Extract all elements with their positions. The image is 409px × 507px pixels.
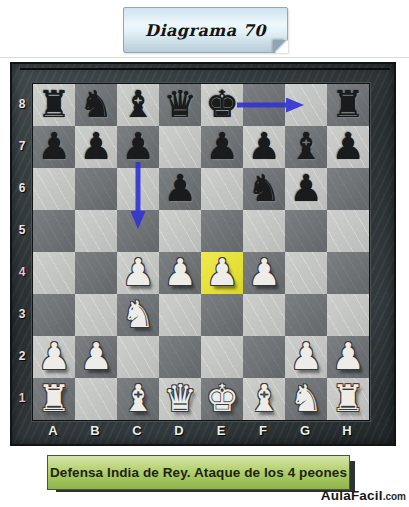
file-labels: ABCDEFGH bbox=[32, 420, 368, 444]
square-c3: ♞ bbox=[117, 294, 159, 336]
rank-label-8: 8 bbox=[12, 83, 32, 125]
square-b4 bbox=[75, 252, 117, 294]
square-g7: ♝ bbox=[285, 126, 327, 168]
diagram-title-plaque: Diagrama 70 bbox=[123, 7, 288, 53]
white-knight: ♞ bbox=[289, 378, 322, 420]
black-pawn: ♟ bbox=[247, 126, 280, 168]
square-e5 bbox=[201, 210, 243, 252]
square-d1: ♛ bbox=[159, 378, 201, 420]
chessboard: ♜♞♝♛♚♜♟♟♟♟♟♝♟♟♞♟♟♟♟♟♞♟♟♟♟♜♝♛♚♝♞♜ bbox=[33, 84, 369, 420]
square-d4: ♟ bbox=[159, 252, 201, 294]
white-pawn: ♟ bbox=[331, 336, 364, 378]
square-b6 bbox=[75, 168, 117, 210]
file-label-C: C bbox=[116, 420, 158, 444]
black-knight: ♞ bbox=[247, 168, 280, 210]
white-bishop: ♝ bbox=[121, 378, 154, 420]
black-pawn: ♟ bbox=[163, 168, 196, 210]
white-rook: ♜ bbox=[37, 378, 70, 420]
white-pawn: ♟ bbox=[37, 336, 70, 378]
white-pawn: ♟ bbox=[289, 336, 322, 378]
square-g3 bbox=[285, 294, 327, 336]
rank-label-6: 6 bbox=[12, 167, 32, 209]
panel-top-line bbox=[20, 68, 390, 70]
square-e8: ♚ bbox=[201, 84, 243, 126]
black-pawn: ♟ bbox=[205, 126, 238, 168]
watermark-site-name: AulaFacil bbox=[321, 488, 383, 503]
square-d3 bbox=[159, 294, 201, 336]
diagram-title: Diagrama 70 bbox=[145, 21, 266, 40]
square-f2 bbox=[243, 336, 285, 378]
square-d7 bbox=[159, 126, 201, 168]
black-pawn: ♟ bbox=[37, 126, 70, 168]
square-a3 bbox=[33, 294, 75, 336]
square-h5 bbox=[327, 210, 369, 252]
square-a5 bbox=[33, 210, 75, 252]
file-label-E: E bbox=[200, 420, 242, 444]
square-d8: ♛ bbox=[159, 84, 201, 126]
square-b7: ♟ bbox=[75, 126, 117, 168]
white-pawn: ♟ bbox=[163, 252, 196, 294]
square-f3 bbox=[243, 294, 285, 336]
caption-text: Defensa India de Rey. Ataque de los 4 pe… bbox=[50, 465, 347, 480]
square-f6: ♞ bbox=[243, 168, 285, 210]
square-c8: ♝ bbox=[117, 84, 159, 126]
square-b8: ♞ bbox=[75, 84, 117, 126]
black-pawn: ♟ bbox=[121, 126, 154, 168]
rank-labels: 87654321 bbox=[12, 83, 32, 419]
square-b2: ♟ bbox=[75, 336, 117, 378]
black-bishop: ♝ bbox=[121, 84, 154, 126]
square-h6 bbox=[327, 168, 369, 210]
square-a2: ♟ bbox=[33, 336, 75, 378]
file-label-G: G bbox=[284, 420, 326, 444]
black-rook: ♜ bbox=[37, 84, 70, 126]
square-b5 bbox=[75, 210, 117, 252]
square-e1: ♚ bbox=[201, 378, 243, 420]
square-g1: ♞ bbox=[285, 378, 327, 420]
square-g8 bbox=[285, 84, 327, 126]
rank-label-5: 5 bbox=[12, 209, 32, 251]
file-label-B: B bbox=[74, 420, 116, 444]
square-e6 bbox=[201, 168, 243, 210]
square-h1: ♜ bbox=[327, 378, 369, 420]
black-knight: ♞ bbox=[79, 84, 112, 126]
watermark-tld: .com bbox=[383, 491, 406, 502]
rank-label-1: 1 bbox=[12, 377, 32, 419]
rank-label-2: 2 bbox=[12, 335, 32, 377]
square-h2: ♟ bbox=[327, 336, 369, 378]
square-c2 bbox=[117, 336, 159, 378]
square-f5 bbox=[243, 210, 285, 252]
square-f4: ♟ bbox=[243, 252, 285, 294]
white-bishop: ♝ bbox=[247, 378, 280, 420]
file-label-H: H bbox=[326, 420, 368, 444]
rank-label-4: 4 bbox=[12, 251, 32, 293]
board-panel: 87654321 ABCDEFGH ♜♞♝♛♚♜♟♟♟♟♟♝♟♟♞♟♟♟♟♟♞♟… bbox=[10, 62, 396, 446]
square-c5 bbox=[117, 210, 159, 252]
square-e3 bbox=[201, 294, 243, 336]
square-f7: ♟ bbox=[243, 126, 285, 168]
square-c1: ♝ bbox=[117, 378, 159, 420]
site-watermark: AulaFacil.com bbox=[300, 486, 406, 504]
square-c6 bbox=[117, 168, 159, 210]
black-pawn: ♟ bbox=[331, 126, 364, 168]
caption-box: Defensa India de Rey. Ataque de los 4 pe… bbox=[47, 455, 350, 490]
square-a1: ♜ bbox=[33, 378, 75, 420]
square-h4 bbox=[327, 252, 369, 294]
square-e2 bbox=[201, 336, 243, 378]
square-d6: ♟ bbox=[159, 168, 201, 210]
rank-label-7: 7 bbox=[12, 125, 32, 167]
white-pawn: ♟ bbox=[247, 252, 280, 294]
file-label-D: D bbox=[158, 420, 200, 444]
white-pawn: ♟ bbox=[79, 336, 112, 378]
square-c4: ♟ bbox=[117, 252, 159, 294]
square-a7: ♟ bbox=[33, 126, 75, 168]
square-g4 bbox=[285, 252, 327, 294]
square-h7: ♟ bbox=[327, 126, 369, 168]
square-g5 bbox=[285, 210, 327, 252]
white-knight: ♞ bbox=[121, 294, 154, 336]
square-d5 bbox=[159, 210, 201, 252]
square-g2: ♟ bbox=[285, 336, 327, 378]
black-king: ♚ bbox=[205, 84, 238, 126]
board-frame: ♜♞♝♛♚♜♟♟♟♟♟♝♟♟♞♟♟♟♟♟♞♟♟♟♟♜♝♛♚♝♞♜ bbox=[32, 83, 370, 421]
white-pawn: ♟ bbox=[205, 252, 238, 294]
square-a8: ♜ bbox=[33, 84, 75, 126]
rank-label-3: 3 bbox=[12, 293, 32, 335]
square-e7: ♟ bbox=[201, 126, 243, 168]
square-b3 bbox=[75, 294, 117, 336]
square-h3 bbox=[327, 294, 369, 336]
square-c7: ♟ bbox=[117, 126, 159, 168]
black-bishop: ♝ bbox=[289, 126, 322, 168]
square-e4: ♟ bbox=[201, 252, 243, 294]
black-pawn: ♟ bbox=[289, 168, 322, 210]
square-h8: ♜ bbox=[327, 84, 369, 126]
black-queen: ♛ bbox=[163, 84, 196, 126]
square-b1 bbox=[75, 378, 117, 420]
white-queen: ♛ bbox=[163, 378, 196, 420]
black-pawn: ♟ bbox=[79, 126, 112, 168]
square-f8 bbox=[243, 84, 285, 126]
square-a6 bbox=[33, 168, 75, 210]
file-label-A: A bbox=[32, 420, 74, 444]
square-a4 bbox=[33, 252, 75, 294]
square-g6: ♟ bbox=[285, 168, 327, 210]
white-rook: ♜ bbox=[331, 378, 364, 420]
file-label-F: F bbox=[242, 420, 284, 444]
white-king: ♚ bbox=[205, 378, 238, 420]
black-rook: ♜ bbox=[331, 84, 364, 126]
square-d2 bbox=[159, 336, 201, 378]
divider-line bbox=[0, 57, 409, 58]
white-pawn: ♟ bbox=[121, 252, 154, 294]
square-f1: ♝ bbox=[243, 378, 285, 420]
